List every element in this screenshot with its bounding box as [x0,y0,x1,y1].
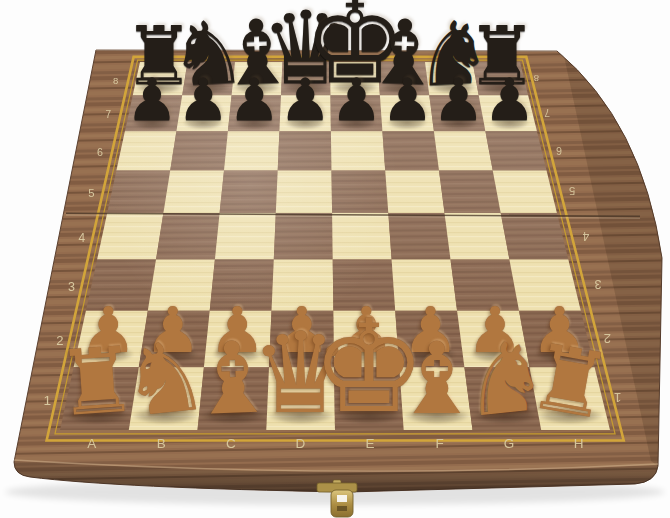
file-label-bottom-F: F [435,436,443,451]
rank-label-right-1: 1 [614,390,622,405]
file-label-bottom-B: B [157,436,166,451]
file-label-bottom-C: C [226,436,236,451]
file-label-bottom-A: A [87,436,96,451]
file-label-bottom-G: G [504,436,515,451]
file-label-top-C: C [256,53,262,63]
file-label-bottom-E: E [365,436,374,451]
rank-label-left-7: 7 [105,109,111,120]
rank-label-left-8: 8 [113,75,118,86]
rank-label-left-6: 6 [97,146,103,158]
rank-label-right-4: 4 [582,229,589,243]
rank-label-left-1: 1 [43,393,51,408]
rank-label-right-6: 6 [556,145,562,157]
rank-label-left-4: 4 [79,231,86,245]
file-label-top-B: B [208,53,214,63]
rank-label-right-7: 7 [544,107,550,118]
file-label-top-E: E [351,53,357,63]
rank-label-right-3: 3 [594,277,601,291]
file-label-bottom-H: H [574,436,584,451]
file-label-bottom-D: D [296,436,306,451]
rank-label-left-3: 3 [68,280,75,294]
chess-set-photo: 8765432187654321ABCDEFGHABCDEFGH ♜♞♝♛♚♝♞… [0,0,670,518]
light-glare [100,35,400,335]
file-label-top-F: F [398,53,403,63]
file-label-top-D: D [303,53,309,63]
rank-label-left-2: 2 [56,333,63,348]
file-label-top-A: A [161,53,167,63]
rank-label-left-5: 5 [88,187,94,199]
file-label-top-H: H [493,53,499,63]
rank-label-right-2: 2 [604,331,611,346]
chessboard: 8765432187654321ABCDEFGHABCDEFGH [0,0,670,518]
rank-label-right-8: 8 [534,73,539,84]
file-label-top-G: G [445,53,452,63]
rank-label-right-5: 5 [569,185,575,197]
